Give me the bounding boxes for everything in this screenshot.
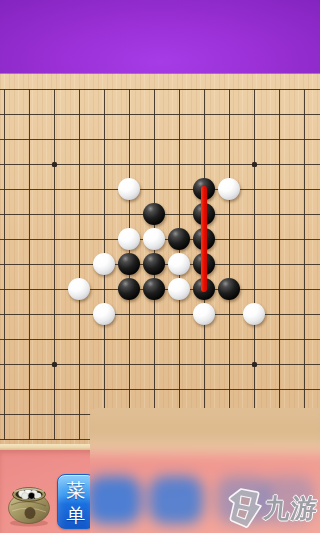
- blurred-button-blob: [149, 476, 203, 524]
- menu-button-label: 菜单: [66, 478, 86, 528]
- gomoku-board[interactable]: ○●○●●○○●●○●●○●○●●○●●○○○: [0, 73, 320, 444]
- white-stone: ○: [93, 303, 115, 325]
- top-banner: [0, 0, 320, 73]
- white-stone: ○: [93, 253, 115, 275]
- white-stone: ○: [243, 303, 265, 325]
- black-stone: ●: [118, 253, 140, 275]
- white-stone: ○: [143, 228, 165, 250]
- board-grid: ○●○●●○○●●○●●○●○●●○●●○○○: [0, 76, 316, 451]
- white-stone: ○: [193, 303, 215, 325]
- white-stone: ○: [168, 278, 190, 300]
- game-screen: ○●○●●○○●●○●●○●○●●○●●○○○ 菜单: [0, 0, 320, 533]
- watermark: 九游: [228, 484, 320, 532]
- win-line: [201, 186, 207, 292]
- black-stone: ●: [143, 278, 165, 300]
- black-stone: ●: [218, 278, 240, 300]
- white-stone: ○: [68, 278, 90, 300]
- white-stone: ○: [118, 228, 140, 250]
- black-stone: ●: [118, 278, 140, 300]
- black-stone: ●: [143, 253, 165, 275]
- blurred-button-blob: [90, 476, 141, 524]
- black-stone: ●: [143, 203, 165, 225]
- white-stone: ○: [218, 178, 240, 200]
- white-stone: ○: [118, 178, 140, 200]
- watermark-text: 九游: [262, 491, 320, 526]
- white-stone: ○: [168, 253, 190, 275]
- nine-game-logo-icon: [228, 487, 262, 529]
- black-stone: ●: [168, 228, 190, 250]
- stone-bowl-icon: [5, 478, 53, 528]
